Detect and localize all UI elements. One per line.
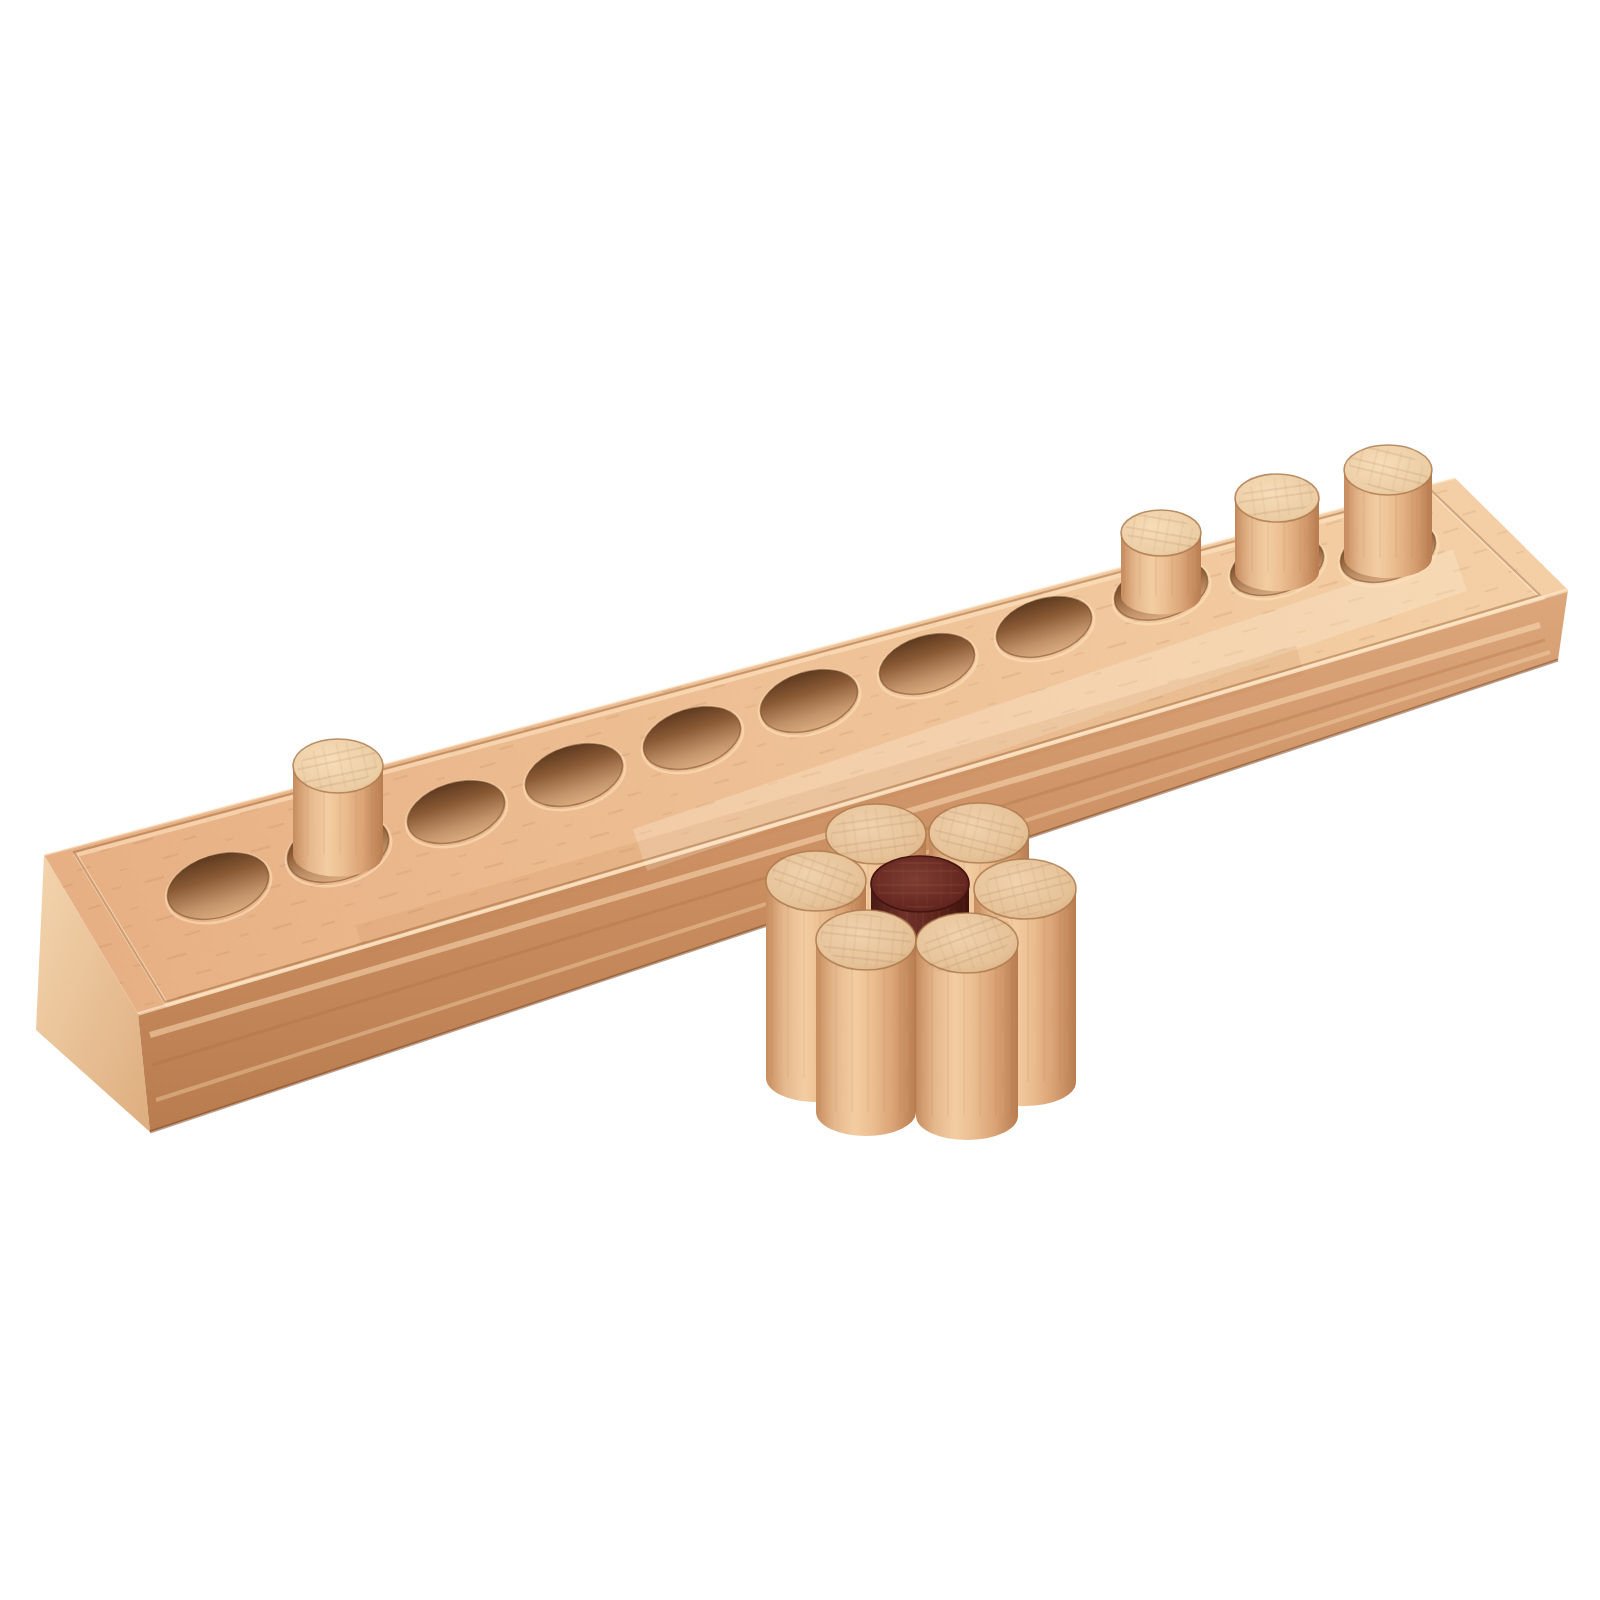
peg-slot-11[interactable] bbox=[1344, 440, 1432, 578]
cylinder-top-grain bbox=[875, 860, 965, 908]
scene-svg bbox=[0, 0, 1600, 1600]
peg-slot-2[interactable] bbox=[293, 735, 383, 877]
product-photo-wooden-peg-board bbox=[0, 0, 1600, 1600]
cluster-cylinder-front-left[interactable] bbox=[816, 909, 916, 1136]
peg-slot-9[interactable] bbox=[1121, 508, 1201, 614]
cluster-cylinder-front-right[interactable] bbox=[914, 902, 1020, 1140]
peg-slot-10[interactable] bbox=[1235, 473, 1319, 591]
